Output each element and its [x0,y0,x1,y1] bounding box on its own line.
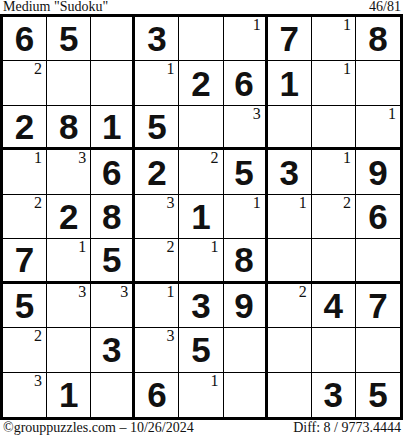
footer: ©grouppuzzles.com – 10/26/2024 Diff: 8 /… [3,421,401,435]
given-digit: 6 [368,199,387,234]
given-digit: 6 [15,21,34,56]
cell-r1c3[interactable] [91,17,135,61]
cell-r2c8[interactable]: 1 [312,61,356,105]
pencil-mark: 1 [388,106,396,122]
cell-r7c2[interactable]: 3 [47,284,91,328]
cell-r1c9[interactable]: 8 [356,17,400,61]
given-digit: 7 [279,21,298,56]
pencil-mark: 1 [166,284,174,300]
credit-text: ©grouppuzzles.com – 10/26/2024 [3,421,194,435]
pencil-mark: 1 [299,195,307,211]
pencil-mark: 2 [34,61,42,77]
cell-r1c6[interactable]: 1 [224,17,268,61]
given-digit: 7 [15,242,34,277]
pencil-mark: 3 [34,373,42,389]
pencil-mark: 2 [166,239,174,255]
cell-r8c3[interactable]: 3 [91,328,135,372]
cell-r7c8[interactable]: 4 [312,284,356,328]
cell-r2c5[interactable]: 2 [179,61,223,105]
cell-r5c4[interactable]: 3 [135,195,179,239]
cell-r1c8[interactable]: 1 [312,17,356,61]
given-digit: 9 [234,288,253,323]
given-digit: 3 [279,155,298,190]
cell-r2c9[interactable] [356,61,400,105]
given-digit: 1 [279,66,298,101]
given-digit: 2 [147,155,166,190]
pencil-mark: 2 [299,284,307,300]
pencil-mark: 3 [166,328,174,344]
pencil-mark: 1 [166,61,174,77]
given-digit: 5 [234,155,253,190]
cell-r4c1[interactable]: 1 [3,150,47,194]
cell-r4c9[interactable]: 9 [356,150,400,194]
cell-r9c9[interactable]: 5 [356,373,400,417]
cell-r2c2[interactable] [47,61,91,105]
given-digit: 5 [59,21,78,56]
cell-r5c3[interactable]: 8 [91,195,135,239]
cell-r5c8[interactable]: 2 [312,195,356,239]
given-digit: 3 [147,21,166,56]
given-digit: 6 [102,155,121,190]
cell-r8c8[interactable] [312,328,356,372]
given-digit: 5 [368,377,387,412]
cell-r6c6[interactable]: 8 [224,239,268,283]
cell-r8c2[interactable] [47,328,91,372]
cell-r1c4[interactable]: 3 [135,17,179,61]
given-digit: 2 [15,109,34,144]
cell-r7c5[interactable]: 3 [179,284,223,328]
cell-r9c1[interactable]: 3 [3,373,47,417]
cell-r8c6[interactable] [224,328,268,372]
cell-r8c4[interactable]: 3 [135,328,179,372]
cell-r7c6[interactable]: 9 [224,284,268,328]
pencil-mark: 1 [253,17,261,33]
cell-r3c7[interactable] [268,106,312,150]
page-title: Medium "Sudoku" [3,0,108,13]
given-digit: 4 [324,288,343,323]
cell-r9c4[interactable]: 6 [135,373,179,417]
cell-r7c3[interactable]: 3 [91,284,135,328]
cell-r1c7[interactable]: 7 [268,17,312,61]
given-digit: 5 [147,109,166,144]
cell-r9c5[interactable]: 1 [179,373,223,417]
given-digit: 3 [191,288,210,323]
pencil-mark: 1 [343,61,351,77]
pencil-mark: 1 [253,195,261,211]
given-digit: 5 [191,332,210,367]
cell-r4c6[interactable]: 5 [224,150,268,194]
cell-r3c5[interactable] [179,106,223,150]
cell-r5c9[interactable]: 6 [356,195,400,239]
given-digit: 9 [368,155,387,190]
pencil-mark: 1 [343,150,351,166]
cell-r3c6[interactable]: 3 [224,106,268,150]
given-digit: 3 [102,332,121,367]
cell-r5c5[interactable]: 1 [179,195,223,239]
given-digit: 1 [191,199,210,234]
cell-r7c7[interactable]: 2 [268,284,312,328]
pencil-mark: 1 [211,373,219,389]
cell-r5c2[interactable]: 2 [47,195,91,239]
cell-r1c5[interactable] [179,17,223,61]
given-digit: 5 [102,242,121,277]
pencil-mark: 3 [120,284,128,300]
cell-r9c6[interactable] [224,373,268,417]
cell-r3c8[interactable] [312,106,356,150]
progress-counter: 46/81 [369,0,401,13]
cell-r6c7[interactable] [268,239,312,283]
pencil-mark: 1 [211,239,219,255]
cell-r2c1[interactable]: 2 [3,61,47,105]
given-digit: 6 [234,66,253,101]
sudoku-grid: 6531718212611281531136225319228311126715… [0,14,403,420]
cell-r9c8[interactable]: 3 [312,373,356,417]
given-digit: 6 [147,377,166,412]
pencil-mark: 2 [34,195,42,211]
cell-r8c7[interactable] [268,328,312,372]
pencil-mark: 3 [78,150,86,166]
cell-r5c7[interactable]: 1 [268,195,312,239]
cell-r8c1[interactable]: 2 [3,328,47,372]
cell-r7c9[interactable]: 7 [356,284,400,328]
given-digit: 3 [324,377,343,412]
pencil-mark: 1 [78,239,86,255]
pencil-mark: 2 [343,195,351,211]
given-digit: 8 [59,109,78,144]
cell-r3c4[interactable]: 5 [135,106,179,150]
cell-r7c4[interactable]: 1 [135,284,179,328]
cell-r4c3[interactable]: 6 [91,150,135,194]
given-digit: 2 [191,66,210,101]
given-digit: 1 [59,377,78,412]
cell-r4c2[interactable]: 3 [47,150,91,194]
pencil-mark: 2 [34,328,42,344]
pencil-mark: 3 [78,284,86,300]
cell-r5c6[interactable]: 1 [224,195,268,239]
given-digit: 5 [15,288,34,323]
given-digit: 8 [234,242,253,277]
cell-r4c7[interactable]: 3 [268,150,312,194]
cell-r4c8[interactable]: 1 [312,150,356,194]
cell-r3c2[interactable]: 8 [47,106,91,150]
cell-r6c9[interactable] [356,239,400,283]
cell-r6c1[interactable]: 7 [3,239,47,283]
cell-r2c4[interactable]: 1 [135,61,179,105]
pencil-mark: 1 [34,150,42,166]
cell-r9c3[interactable] [91,373,135,417]
given-digit: 8 [368,21,387,56]
cell-r6c4[interactable]: 2 [135,239,179,283]
pencil-mark: 3 [166,195,174,211]
cell-r6c3[interactable]: 5 [91,239,135,283]
cell-r6c8[interactable] [312,239,356,283]
given-digit: 2 [59,199,78,234]
cell-r8c9[interactable] [356,328,400,372]
cell-r4c4[interactable]: 2 [135,150,179,194]
cell-r2c3[interactable] [91,61,135,105]
cell-r6c2[interactable]: 1 [47,239,91,283]
pencil-mark: 1 [343,17,351,33]
cell-r7c1[interactable]: 5 [3,284,47,328]
cell-r3c9[interactable]: 1 [356,106,400,150]
pencil-mark: 2 [211,150,219,166]
difficulty-text: Diff: 8 / 9773.4444 [293,421,401,435]
cell-r9c7[interactable] [268,373,312,417]
given-digit: 1 [102,109,121,144]
cell-r5c1[interactable]: 2 [3,195,47,239]
given-digit: 7 [368,288,387,323]
cell-r3c1[interactable]: 2 [3,106,47,150]
cell-r4c5[interactable]: 2 [179,150,223,194]
cell-r6c5[interactable]: 1 [179,239,223,283]
cell-r1c1[interactable]: 6 [3,17,47,61]
given-digit: 8 [102,199,121,234]
cell-r2c6[interactable]: 6 [224,61,268,105]
header: Medium "Sudoku" 46/81 [3,0,401,14]
cell-r8c5[interactable]: 5 [179,328,223,372]
cell-r9c2[interactable]: 1 [47,373,91,417]
cell-r3c3[interactable]: 1 [91,106,135,150]
cell-r1c2[interactable]: 5 [47,17,91,61]
cell-r2c7[interactable]: 1 [268,61,312,105]
pencil-mark: 3 [253,106,261,122]
